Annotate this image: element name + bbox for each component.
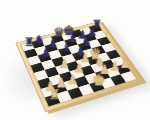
square-a1: ♜ — [45, 94, 61, 106]
dark-pawn-b6[interactable]: ♟ — [38, 46, 54, 60]
dark-rook-a8[interactable]: ♜ — [21, 35, 36, 49]
square-e1: ♚ — [89, 81, 105, 93]
photo-scene: ♜♞♛♚♜♟♟♟♟♟♝♞♟♟♟♛♟♞♟♟♟♟♟♟♜♚ — [0, 0, 150, 120]
dark-bishop-d6[interactable]: ♝ — [58, 40, 74, 54]
light-pawn-c4[interactable]: ♟ — [56, 57, 72, 71]
light-king-e1[interactable]: ♚ — [90, 73, 107, 89]
light-rook-a1[interactable]: ♜ — [45, 87, 63, 103]
